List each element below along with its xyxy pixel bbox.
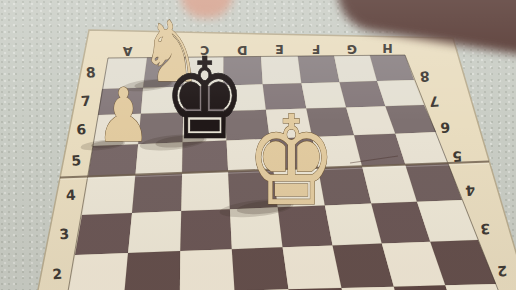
rank-label-right-4: 4	[465, 182, 476, 199]
rank-label-right-7: 7	[429, 93, 440, 110]
square-c4[interactable]	[181, 172, 230, 212]
file-label-top-g: G	[347, 42, 357, 57]
square-g8[interactable]	[334, 55, 377, 82]
square-b3[interactable]	[128, 211, 181, 253]
rank-label-right-5: 5	[452, 148, 463, 165]
rank-label-left-3: 3	[59, 226, 70, 243]
square-f8[interactable]	[298, 56, 340, 84]
file-label-top-a: A	[122, 44, 132, 59]
piece-white-king-e4[interactable]: ♚	[246, 90, 337, 234]
rank-label-right-3: 3	[480, 221, 491, 238]
square-b2[interactable]	[124, 251, 180, 290]
square-b4[interactable]	[132, 173, 182, 213]
piece-black-king-c6[interactable]: ♚	[163, 35, 245, 165]
square-e2[interactable]	[283, 245, 342, 289]
file-label-top-e: E	[275, 42, 284, 57]
rank-label-left-2: 2	[52, 266, 63, 283]
chess-board: ABCDEFGH87654328765432♞♚♟♚	[0, 0, 516, 290]
file-label-top-h: H	[382, 41, 392, 56]
rank-label-right-2: 2	[497, 263, 508, 280]
square-d2[interactable]	[232, 247, 289, 290]
square-e8[interactable]	[261, 56, 301, 84]
file-label-top-f: F	[312, 42, 321, 57]
piece-white-pawn-a6[interactable]: ♟	[96, 72, 150, 158]
rank-label-right-6: 6	[440, 119, 451, 136]
square-a2[interactable]	[68, 253, 128, 290]
square-c2[interactable]	[180, 249, 235, 290]
square-a4[interactable]	[82, 175, 135, 215]
rank-label-left-8: 8	[85, 64, 96, 81]
rank-label-right-8: 8	[419, 68, 430, 85]
rank-label-left-5: 5	[71, 152, 82, 169]
rank-label-left-4: 4	[65, 187, 76, 204]
rank-label-left-7: 7	[80, 93, 91, 110]
rank-label-left-6: 6	[76, 121, 87, 138]
photo-stage: ABCDEFGH87654328765432♞♚♟♚	[0, 0, 516, 290]
square-a3[interactable]	[75, 213, 132, 255]
